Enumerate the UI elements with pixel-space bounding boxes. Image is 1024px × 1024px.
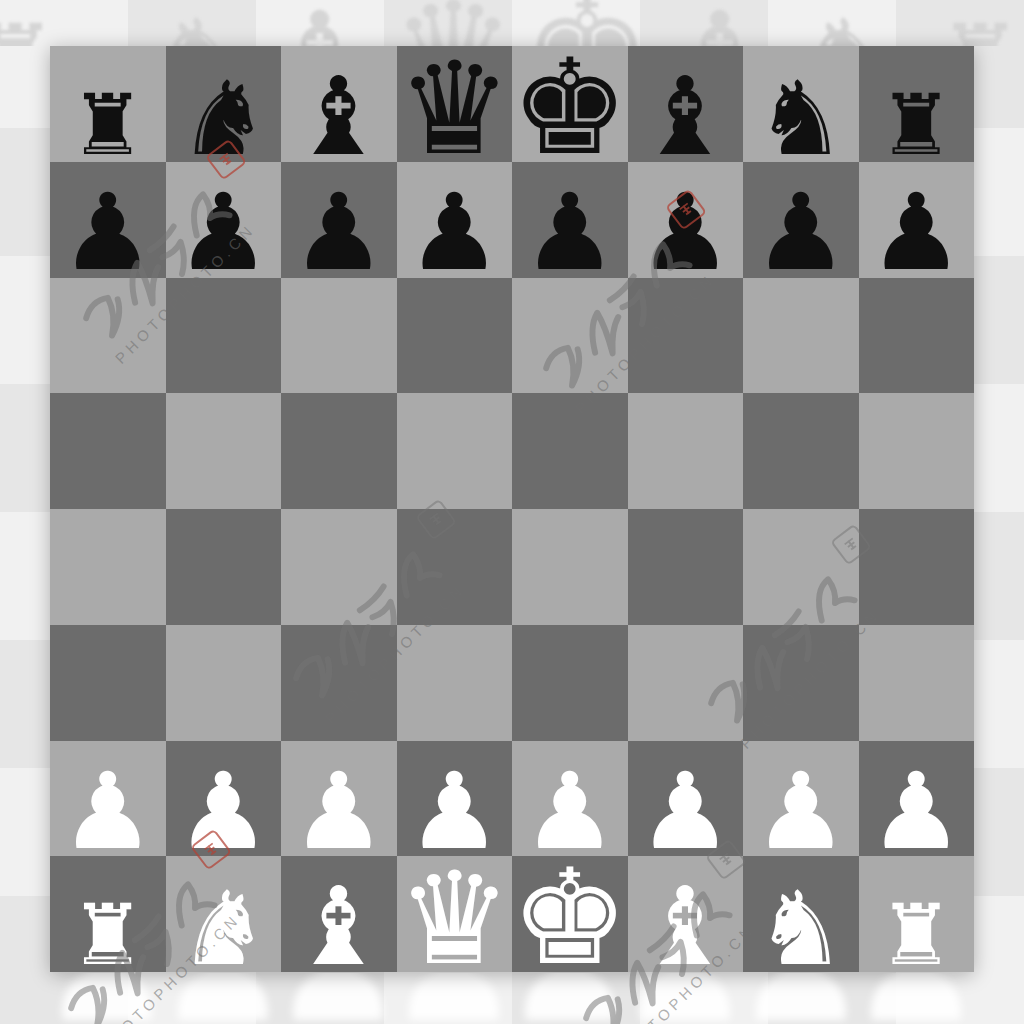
- square-g4[interactable]: [743, 509, 859, 625]
- square-a5[interactable]: [50, 393, 166, 509]
- square-c6[interactable]: [281, 278, 397, 394]
- square-f4[interactable]: [628, 509, 744, 625]
- piece-black-pawn: ♟: [60, 192, 155, 275]
- square-d8[interactable]: ♛: [397, 46, 513, 162]
- piece-white-pawn: ♟: [753, 771, 848, 854]
- piece-black-king: ♚: [512, 56, 628, 159]
- square-b8[interactable]: ♞: [166, 46, 282, 162]
- piece-black-pawn: ♟: [176, 192, 271, 275]
- square-h6[interactable]: [859, 278, 975, 394]
- square-h5[interactable]: [859, 393, 975, 509]
- piece-white-bishop: ♝: [290, 885, 387, 969]
- piece-black-pawn: ♟: [291, 192, 386, 275]
- square-d5[interactable]: [397, 393, 513, 509]
- piece-black-knight: ♞: [178, 79, 269, 159]
- square-g8[interactable]: ♞: [743, 46, 859, 162]
- ghost-rook-icon: ♜: [937, 12, 1022, 46]
- ghost-pieces-top-band: ♜♞♝♛♚♝♞♜: [0, 0, 1024, 46]
- square-e3[interactable]: [512, 625, 628, 741]
- piece-white-pawn: ♟: [869, 771, 964, 854]
- square-g7[interactable]: ♟: [743, 162, 859, 278]
- piece-black-knight: ♞: [755, 79, 846, 159]
- square-h1[interactable]: ♜: [859, 856, 975, 972]
- piece-white-pawn: ♟: [522, 771, 617, 854]
- square-g6[interactable]: [743, 278, 859, 394]
- ghost-pawn-base-icon: ♟: [271, 973, 405, 1024]
- square-e5[interactable]: [512, 393, 628, 509]
- piece-black-pawn: ♟: [407, 192, 502, 275]
- piece-black-bishop: ♝: [637, 75, 734, 159]
- square-a7[interactable]: ♟: [50, 162, 166, 278]
- ghost-pieces-bottom-band: ♟♟♟♟♟♟♟♟: [0, 973, 1024, 1024]
- square-d3[interactable]: [397, 625, 513, 741]
- piece-white-pawn: ♟: [291, 771, 386, 854]
- ghost-bishop-icon: ♝: [667, 0, 773, 46]
- square-f8[interactable]: ♝: [628, 46, 744, 162]
- stock-photo-preview: ♜♞♝♛♚♝♞♜ ♟♟♟♟♟♟♟♟ ♜♞♝♛♚♝♞♜♟♟♟♟♟♟♟♟♟♟♟♟♟♟…: [0, 0, 1024, 1024]
- piece-white-rook: ♜: [879, 903, 954, 969]
- square-b6[interactable]: [166, 278, 282, 394]
- square-b7[interactable]: ♟: [166, 162, 282, 278]
- ghost-knight-icon: ♞: [799, 5, 896, 46]
- square-f2[interactable]: ♟: [628, 741, 744, 857]
- square-d7[interactable]: ♟: [397, 162, 513, 278]
- square-c2[interactable]: ♟: [281, 741, 397, 857]
- ghost-king-icon: ♚: [523, 0, 650, 46]
- piece-black-pawn: ♟: [522, 192, 617, 275]
- square-b5[interactable]: [166, 393, 282, 509]
- ghost-queen-icon: ♛: [391, 0, 515, 46]
- piece-white-pawn: ♟: [638, 771, 733, 854]
- ghost-pawn-base-icon: ♟: [849, 973, 983, 1024]
- square-e2[interactable]: ♟: [512, 741, 628, 857]
- piece-white-queen: ♛: [397, 869, 512, 969]
- piece-white-rook: ♜: [70, 903, 145, 969]
- square-b3[interactable]: [166, 625, 282, 741]
- square-e1[interactable]: ♚: [512, 856, 628, 972]
- square-g5[interactable]: [743, 393, 859, 509]
- piece-black-pawn: ♟: [638, 192, 733, 275]
- ghost-pawn-base-icon: ♟: [387, 973, 521, 1024]
- square-c4[interactable]: [281, 509, 397, 625]
- piece-black-rook: ♜: [70, 93, 145, 159]
- piece-black-bishop: ♝: [290, 75, 387, 159]
- square-a8[interactable]: ♜: [50, 46, 166, 162]
- piece-white-knight: ♞: [755, 889, 846, 969]
- piece-white-king: ♚: [512, 866, 628, 969]
- square-f1[interactable]: ♝: [628, 856, 744, 972]
- piece-black-pawn: ♟: [753, 192, 848, 275]
- piece-black-rook: ♜: [879, 93, 954, 159]
- square-c3[interactable]: [281, 625, 397, 741]
- square-a6[interactable]: [50, 278, 166, 394]
- square-h3[interactable]: [859, 625, 975, 741]
- ghost-pawn-base-icon: ♟: [618, 973, 752, 1024]
- square-a4[interactable]: [50, 509, 166, 625]
- square-d2[interactable]: ♟: [397, 741, 513, 857]
- chess-board: ♜♞♝♛♚♝♞♜♟♟♟♟♟♟♟♟♟♟♟♟♟♟♟♟♜♞♝♛♚♝♞♜: [50, 46, 974, 972]
- square-g3[interactable]: [743, 625, 859, 741]
- square-h7[interactable]: ♟: [859, 162, 975, 278]
- piece-white-knight: ♞: [178, 889, 269, 969]
- square-f5[interactable]: [628, 393, 744, 509]
- square-c8[interactable]: ♝: [281, 46, 397, 162]
- square-e8[interactable]: ♚: [512, 46, 628, 162]
- square-f6[interactable]: [628, 278, 744, 394]
- square-a3[interactable]: [50, 625, 166, 741]
- ghost-pawn-base-icon: ♟: [40, 973, 174, 1024]
- square-g1[interactable]: ♞: [743, 856, 859, 972]
- square-d6[interactable]: [397, 278, 513, 394]
- piece-white-pawn: ♟: [407, 771, 502, 854]
- ghost-knight-icon: ♞: [152, 5, 249, 46]
- ghost-rook-icon: ♜: [0, 12, 58, 46]
- square-h8[interactable]: ♜: [859, 46, 975, 162]
- square-b1[interactable]: ♞: [166, 856, 282, 972]
- square-a2[interactable]: ♟: [50, 741, 166, 857]
- square-d4[interactable]: [397, 509, 513, 625]
- square-h2[interactable]: ♟: [859, 741, 975, 857]
- piece-black-pawn: ♟: [869, 192, 964, 275]
- square-a1[interactable]: ♜: [50, 856, 166, 972]
- square-e7[interactable]: ♟: [512, 162, 628, 278]
- piece-white-pawn: ♟: [176, 771, 271, 854]
- ghost-bishop-icon: ♝: [267, 0, 373, 46]
- square-f7[interactable]: ♟: [628, 162, 744, 278]
- square-e4[interactable]: [512, 509, 628, 625]
- piece-white-pawn: ♟: [60, 771, 155, 854]
- square-b4[interactable]: [166, 509, 282, 625]
- square-c5[interactable]: [281, 393, 397, 509]
- piece-black-queen: ♛: [397, 59, 512, 159]
- square-c7[interactable]: ♟: [281, 162, 397, 278]
- square-c1[interactable]: ♝: [281, 856, 397, 972]
- square-d1[interactable]: ♛: [397, 856, 513, 972]
- square-g2[interactable]: ♟: [743, 741, 859, 857]
- square-e6[interactable]: [512, 278, 628, 394]
- square-h4[interactable]: [859, 509, 975, 625]
- square-f3[interactable]: [628, 625, 744, 741]
- square-b2[interactable]: ♟: [166, 741, 282, 857]
- piece-white-bishop: ♝: [637, 885, 734, 969]
